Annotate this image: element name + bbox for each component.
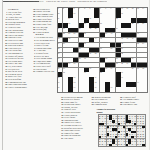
black-square: [116, 82, 121, 87]
grid-cell[interactable]: 5: [84, 8, 89, 13]
grid-cell[interactable]: [94, 18, 99, 23]
clue-number: 77: [89, 68, 91, 70]
grid-cell[interactable]: 54: [142, 43, 147, 48]
grid-cell[interactable]: [142, 82, 147, 87]
black-square: [126, 23, 131, 28]
grid-cell[interactable]: [137, 53, 142, 58]
grid-cell[interactable]: 63: [121, 53, 126, 58]
grid-cell[interactable]: [131, 13, 136, 18]
grid-cell[interactable]: 44: [94, 38, 99, 43]
clue-number: 60: [58, 53, 60, 55]
grid-cell[interactable]: [105, 13, 110, 18]
grid-cell[interactable]: [126, 13, 131, 18]
grid-cell[interactable]: 16: [73, 13, 78, 18]
solution-black-square: [142, 144, 145, 146]
grid-cell[interactable]: [116, 23, 121, 28]
grid-cell[interactable]: 41: [137, 33, 142, 38]
grid-cell[interactable]: [63, 53, 68, 58]
grid-cell[interactable]: 21: [89, 18, 94, 23]
grid-cell[interactable]: [63, 87, 68, 92]
clue-number: 59: [121, 48, 123, 50]
clue-number: 37: [74, 33, 76, 35]
left-gutter-line: [2, 0, 3, 150]
grid-cell[interactable]: 94: [137, 82, 142, 87]
clue-number: 51: [84, 43, 86, 45]
black-square: [63, 38, 68, 43]
grid-cell[interactable]: [63, 77, 68, 82]
clue-number: 52: [121, 43, 123, 45]
clue-number: 97: [95, 87, 97, 89]
grid-cell[interactable]: 62: [94, 53, 99, 58]
grid-cell[interactable]: [142, 28, 147, 33]
clue-number: 23: [68, 23, 70, 25]
grid-cell[interactable]: 7: [100, 8, 105, 13]
grid-cell[interactable]: [116, 38, 121, 43]
grid-cell[interactable]: [63, 18, 68, 23]
grid-cell[interactable]: 76: [63, 68, 68, 73]
grid-cell[interactable]: [84, 48, 89, 53]
clue-number: 53: [137, 43, 139, 45]
grid-cell[interactable]: [79, 82, 84, 87]
grid-cell[interactable]: [100, 43, 105, 48]
grid-cell[interactable]: 8: [105, 8, 110, 13]
grid-cell[interactable]: 80: [131, 68, 136, 73]
grid-cell[interactable]: [68, 48, 73, 53]
grid-cell[interactable]: [126, 87, 131, 92]
black-square: [68, 28, 73, 33]
grid-cell[interactable]: 88: [73, 77, 78, 82]
black-square: [79, 33, 84, 38]
black-square: [126, 58, 131, 63]
grid-cell[interactable]: [131, 48, 136, 53]
grid-cell[interactable]: 98: [110, 87, 115, 92]
grid-cell[interactable]: 15: [58, 13, 63, 18]
grid-cell[interactable]: [79, 68, 84, 73]
grid-cell[interactable]: 26: [131, 23, 136, 28]
grid-cell[interactable]: 12: [131, 8, 136, 13]
grid-cell[interactable]: 22: [116, 18, 121, 23]
grid-cell[interactable]: [121, 82, 126, 87]
grid-cell[interactable]: 3: [73, 8, 78, 13]
grid-cell[interactable]: [100, 87, 105, 92]
grid-cell[interactable]: 81: [137, 68, 142, 73]
grid-cell[interactable]: [116, 87, 121, 92]
grid-cell[interactable]: [105, 77, 110, 82]
black-square: [63, 23, 68, 28]
grid-cell[interactable]: [84, 13, 89, 18]
grid-cell[interactable]: 82: [142, 68, 147, 73]
black-square: [137, 18, 142, 23]
grid-cell[interactable]: [116, 68, 121, 73]
clue-text: Chimney sweep's dust: [36, 70, 56, 72]
grid-cell[interactable]: 20: [68, 18, 73, 23]
black-square: [116, 77, 121, 82]
grid-cell[interactable]: 70: [68, 63, 73, 68]
clue-number: 83: [63, 72, 65, 74]
clue-number: 32: [89, 28, 91, 30]
grid-cell[interactable]: 31: [79, 28, 84, 33]
grid-cell[interactable]: 29: [58, 28, 63, 33]
grid-cell[interactable]: [142, 48, 147, 53]
grid-cell[interactable]: [126, 77, 131, 82]
grid-cell[interactable]: 55: [58, 48, 63, 53]
grid-cell[interactable]: [110, 23, 115, 28]
black-square: [94, 23, 99, 28]
grid-cell[interactable]: [63, 13, 68, 18]
grid-cell[interactable]: 78: [105, 68, 110, 73]
grid-cell[interactable]: [137, 58, 142, 63]
grid-cell[interactable]: [68, 58, 73, 63]
grid-cell[interactable]: [126, 43, 131, 48]
crossword-grid[interactable]: 1234567891011121314151617181920212223242…: [57, 7, 149, 93]
grid-cell[interactable]: [142, 87, 147, 92]
grid-cell[interactable]: [131, 87, 136, 92]
grid-cell[interactable]: [110, 72, 115, 77]
clue-number: 28: [142, 23, 144, 25]
grid-cell[interactable]: 51: [84, 43, 89, 48]
grid-cell[interactable]: [105, 43, 110, 48]
grid-cell[interactable]: [68, 68, 73, 73]
grid-cell[interactable]: [131, 43, 136, 48]
grid-cell[interactable]: [100, 18, 105, 23]
clue-number: 8: [105, 8, 106, 10]
grid-cell[interactable]: [100, 53, 105, 58]
black-square: [116, 53, 121, 58]
clue-number: 16: [74, 13, 76, 15]
grid-cell[interactable]: 47: [126, 38, 131, 43]
grid-cell[interactable]: 37: [73, 33, 78, 38]
black-square: [100, 68, 105, 73]
grid-cell[interactable]: 42: [58, 38, 63, 43]
grid-cell[interactable]: [116, 33, 121, 38]
grid-cell[interactable]: [68, 53, 73, 58]
clue-number: 29: [58, 28, 60, 30]
black-square: [126, 33, 131, 38]
grid-cell[interactable]: [63, 58, 68, 63]
grid-cell[interactable]: [68, 43, 73, 48]
clue-column-down-4: 66Feathered scarf67Tall summer cooler68C…: [119, 96, 145, 109]
grid-cell[interactable]: 83: [63, 72, 68, 77]
grid-cell[interactable]: [89, 33, 94, 38]
clue-item: 61Tiny nibble: [60, 137, 87, 139]
grid-cell[interactable]: [84, 87, 89, 92]
grid-cell[interactable]: 28: [142, 23, 147, 28]
grid-cell[interactable]: 72: [116, 63, 121, 68]
black-square: [131, 63, 136, 68]
grid-cell[interactable]: [131, 72, 136, 77]
grid-cell[interactable]: 95: [58, 87, 63, 92]
grid-cell[interactable]: [110, 13, 115, 18]
clue-number: 38: [84, 33, 86, 35]
grid-cell[interactable]: [126, 72, 131, 77]
grid-cell[interactable]: [142, 72, 147, 77]
grid-cell[interactable]: 36: [68, 33, 73, 38]
grid-cell[interactable]: 13: [137, 8, 142, 13]
grid-cell[interactable]: 52: [121, 43, 126, 48]
grid-cell[interactable]: [63, 48, 68, 53]
grid-cell[interactable]: [131, 53, 136, 58]
grid-cell[interactable]: 10: [121, 8, 126, 13]
black-square: [89, 82, 94, 87]
grid-cell[interactable]: [100, 28, 105, 33]
grid-cell[interactable]: [121, 87, 126, 92]
grid-cell[interactable]: [110, 18, 115, 23]
grid-cell[interactable]: [68, 72, 73, 77]
grid-cell[interactable]: 46: [121, 38, 126, 43]
grid-cell[interactable]: 23: [68, 23, 73, 28]
grid-cell[interactable]: [110, 38, 115, 43]
grid-cell[interactable]: [79, 77, 84, 82]
grid-cell[interactable]: [73, 18, 78, 23]
crossword-page: THE DAILY CROSSWORD PUZZLE · Edited by t…: [0, 0, 150, 150]
grid-cell[interactable]: 85: [100, 72, 105, 77]
grid-cell[interactable]: 66: [84, 58, 89, 63]
clue-number: 33: [95, 28, 97, 30]
grid-cell[interactable]: 57: [100, 48, 105, 53]
grid-cell[interactable]: 64: [58, 58, 63, 63]
grid-cell[interactable]: [110, 53, 115, 58]
grid-cell[interactable]: 48: [131, 38, 136, 43]
grid-cell[interactable]: [79, 87, 84, 92]
black-square: [137, 63, 142, 68]
grid-cell[interactable]: [94, 58, 99, 63]
grid-cell[interactable]: [126, 28, 131, 33]
grid-cell[interactable]: 17: [100, 13, 105, 18]
grid-cell[interactable]: [110, 58, 115, 63]
clue-number: 7: [100, 8, 101, 10]
clue-number: 87: [58, 77, 60, 79]
grid-cell[interactable]: 38: [84, 33, 89, 38]
grid-cell[interactable]: 32: [89, 28, 94, 33]
grid-cell[interactable]: 1: [58, 8, 63, 13]
grid-cell[interactable]: [105, 23, 110, 28]
grid-cell[interactable]: [89, 72, 94, 77]
grid-cell[interactable]: [105, 18, 110, 23]
grid-cell[interactable]: 53: [137, 43, 142, 48]
grid-cell[interactable]: [131, 77, 136, 82]
grid-cell[interactable]: 30: [63, 28, 68, 33]
grid-cell[interactable]: 18: [121, 13, 126, 18]
clue-item: 65Compass point: [91, 103, 116, 105]
grid-cell[interactable]: [84, 82, 89, 87]
grid-cell[interactable]: 33: [94, 28, 99, 33]
grid-cell[interactable]: [79, 63, 84, 68]
black-square: [68, 82, 73, 87]
clue-number: 68: [116, 58, 118, 60]
grid-cell[interactable]: [105, 38, 110, 43]
grid-cell[interactable]: [137, 72, 142, 77]
grid-cell[interactable]: [142, 13, 147, 18]
grid-cell[interactable]: [84, 28, 89, 33]
grid-cell[interactable]: 14: [142, 8, 147, 13]
grid-cell[interactable]: [73, 68, 78, 73]
clue-number: 67: [105, 58, 107, 60]
grid-cell[interactable]: 89: [94, 77, 99, 82]
grid-cell[interactable]: 40: [110, 33, 115, 38]
grid-cell[interactable]: [142, 33, 147, 38]
grid-cell[interactable]: [137, 87, 142, 92]
previous-puzzle-solution-grid: SCABAROMAPLEDGEEARLDUNESRAINEDATLASARIDE…: [98, 114, 146, 147]
black-square: [137, 38, 142, 43]
grid-cell[interactable]: 84: [84, 72, 89, 77]
grid-cell[interactable]: 35: [63, 33, 68, 38]
grid-cell[interactable]: [110, 82, 115, 87]
grid-cell[interactable]: 68: [116, 58, 121, 63]
grid-cell[interactable]: [142, 53, 147, 58]
clue-number: 39: [105, 33, 107, 35]
grid-cell[interactable]: 43: [68, 38, 73, 43]
grid-cell[interactable]: [89, 43, 94, 48]
black-square: [94, 8, 99, 13]
grid-cell[interactable]: 92: [73, 82, 78, 87]
black-square: [89, 38, 94, 43]
clue-number: 96: [74, 87, 76, 89]
grid-cell[interactable]: 96: [73, 87, 78, 92]
grid-cell[interactable]: 11: [126, 8, 131, 13]
grid-cell[interactable]: 73: [121, 63, 126, 68]
grid-cell[interactable]: 9: [110, 8, 115, 13]
grid-cell[interactable]: 86: [121, 72, 126, 77]
grid-cell[interactable]: 71: [73, 63, 78, 68]
black-square: [100, 58, 105, 63]
grid-cell[interactable]: [73, 43, 78, 48]
grid-cell[interactable]: [79, 18, 84, 23]
grid-cell[interactable]: 49: [58, 43, 63, 48]
grid-cell[interactable]: 25: [100, 23, 105, 28]
grid-cell[interactable]: [105, 48, 110, 53]
grid-cell[interactable]: [142, 77, 147, 82]
grid-cell[interactable]: [126, 53, 131, 58]
clue-number: 35: [63, 33, 65, 35]
grid-cell[interactable]: 75: [58, 68, 63, 73]
clue-number: 54: [142, 43, 144, 45]
grid-cell[interactable]: 97: [94, 87, 99, 92]
grid-cell[interactable]: 59: [121, 48, 126, 53]
grid-cell[interactable]: [100, 77, 105, 82]
grid-cell[interactable]: [84, 38, 89, 43]
clue-number: 18: [121, 13, 123, 15]
grid-cell[interactable]: [84, 63, 89, 68]
grid-cell[interactable]: [89, 13, 94, 18]
grid-cell[interactable]: 56: [79, 48, 84, 53]
clue-number: 98: [111, 87, 113, 89]
black-square: [63, 63, 68, 68]
grid-cell[interactable]: [121, 18, 126, 23]
grid-cell[interactable]: [105, 53, 110, 58]
grid-cell[interactable]: 93: [94, 82, 99, 87]
grid-cell[interactable]: [137, 48, 142, 53]
grid-cell[interactable]: [110, 77, 115, 82]
grid-cell[interactable]: 69: [131, 58, 136, 63]
grid-cell[interactable]: [63, 82, 68, 87]
grid-cell[interactable]: [94, 68, 99, 73]
clue-number: 47: [126, 38, 128, 40]
grid-cell[interactable]: [73, 53, 78, 58]
grid-cell[interactable]: 77: [89, 68, 94, 73]
clue-number: 64: [58, 58, 60, 60]
black-square: [73, 58, 78, 63]
clue-number: 42: [58, 38, 60, 40]
grid-cell[interactable]: [105, 72, 110, 77]
grid-cell[interactable]: [94, 63, 99, 68]
grid-cell[interactable]: 90: [121, 77, 126, 82]
grid-cell[interactable]: 67: [105, 58, 110, 63]
grid-cell[interactable]: [94, 33, 99, 38]
black-square: [110, 43, 115, 48]
clue-column-across-down: 56Opera solo piece58Sunrise direction60G…: [32, 8, 57, 147]
grid-cell[interactable]: 87: [58, 77, 63, 82]
grid-cell[interactable]: 34: [116, 28, 121, 33]
clue-item: 21Chimney sweep's dust: [32, 70, 57, 72]
grid-cell[interactable]: 4: [79, 8, 84, 13]
grid-cell[interactable]: 27: [137, 23, 142, 28]
clue-number: 30: [63, 28, 65, 30]
grid-cell[interactable]: 45: [100, 38, 105, 43]
clue-number: 56: [79, 48, 81, 50]
grid-cell[interactable]: 19: [58, 18, 63, 23]
clue-number: 5: [84, 8, 85, 10]
grid-cell[interactable]: 58: [110, 48, 115, 53]
grid-cell[interactable]: [94, 72, 99, 77]
black-square: [142, 18, 147, 23]
grid-cell[interactable]: [79, 38, 84, 43]
grid-cell[interactable]: [126, 48, 131, 53]
grid-cell[interactable]: [73, 23, 78, 28]
grid-cell[interactable]: [131, 28, 136, 33]
grid-cell[interactable]: 91: [58, 82, 63, 87]
clue-number: 21: [89, 18, 91, 20]
grid-cell[interactable]: [79, 13, 84, 18]
grid-cell[interactable]: [73, 72, 78, 77]
grid-cell[interactable]: 65: [79, 58, 84, 63]
clue-number: 36: [68, 33, 70, 35]
clue-number: 86: [121, 72, 123, 74]
clue-number: 57: [100, 48, 102, 50]
grid-cell[interactable]: [94, 43, 99, 48]
clue-number: 69: [132, 58, 134, 60]
grid-cell[interactable]: 2: [63, 8, 68, 13]
grid-cell[interactable]: [137, 13, 142, 18]
grid-cell[interactable]: 6: [89, 8, 94, 13]
grid-cell[interactable]: [121, 28, 126, 33]
grid-cell[interactable]: [126, 68, 131, 73]
grid-cell[interactable]: 61: [89, 53, 94, 58]
grid-cell[interactable]: [100, 63, 105, 68]
grid-cell[interactable]: 24: [84, 23, 89, 28]
grid-cell[interactable]: 39: [105, 33, 110, 38]
grid-cell[interactable]: [84, 77, 89, 82]
grid-cell[interactable]: [100, 82, 105, 87]
grid-cell[interactable]: 60: [58, 53, 63, 58]
clue-item: 69Pig's muddy digs: [119, 103, 145, 105]
grid-cell[interactable]: [137, 28, 142, 33]
grid-cell[interactable]: [137, 77, 142, 82]
grid-cell[interactable]: 50: [63, 43, 68, 48]
clue-number: 4: [79, 8, 80, 10]
grid-cell[interactable]: [73, 38, 78, 43]
grid-cell[interactable]: [79, 72, 84, 77]
grid-cell[interactable]: [89, 63, 94, 68]
grid-cell[interactable]: [142, 58, 147, 63]
grid-cell[interactable]: 74: [126, 63, 131, 68]
grid-cell[interactable]: [89, 58, 94, 63]
page-title: THE DAILY CROSSWORD PUZZLE · Edited by t…: [4, 1, 107, 4]
grid-cell[interactable]: 79: [110, 68, 115, 73]
grid-cell[interactable]: [126, 18, 131, 23]
black-square: [94, 48, 99, 53]
grid-cell[interactable]: [121, 68, 126, 73]
black-square: [105, 63, 110, 68]
